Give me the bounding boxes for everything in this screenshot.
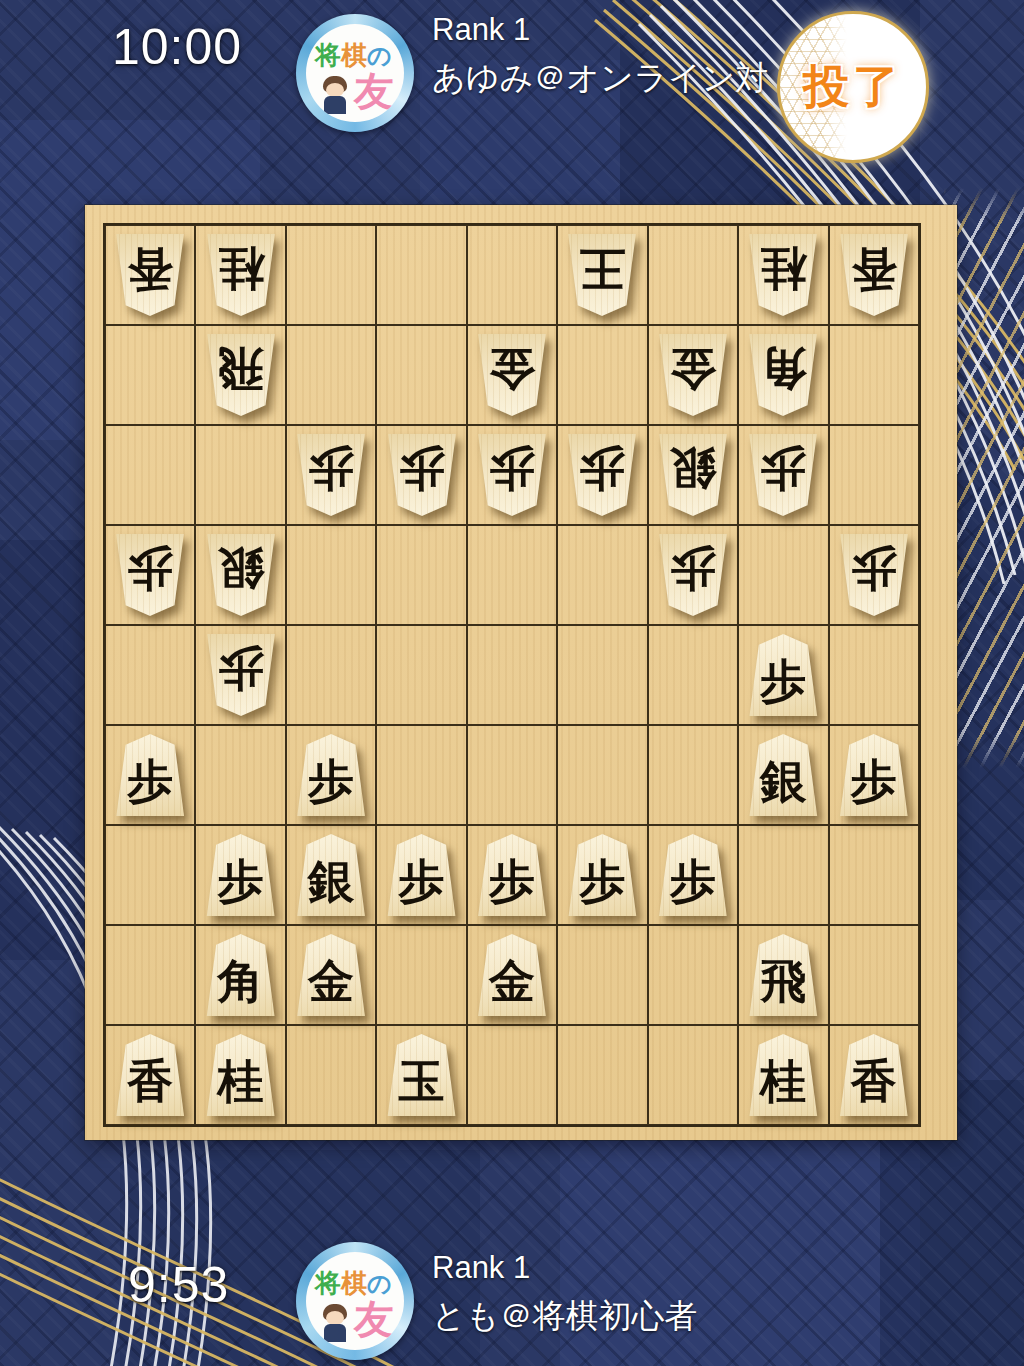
piece-kanji: 歩 [399,446,445,504]
board-cell[interactable]: 香 [105,1025,195,1125]
board-cell[interactable] [738,825,828,925]
board-cell[interactable]: 銀 [195,525,285,625]
board-grid: 香桂王桂香飛金金角歩歩歩歩銀歩歩銀歩歩歩歩歩歩銀歩歩銀歩歩歩歩角金金飛香桂玉桂香 [103,223,921,1127]
shogi-piece-gote[interactable]: 香 [114,234,186,316]
piece-kanji: 金 [308,946,354,1004]
piece-kanji: 歩 [579,846,625,904]
shogi-piece-sente[interactable]: 歩 [747,634,819,716]
piece-face: 歩 [476,834,548,916]
board-cell[interactable] [829,825,919,925]
bottom-player-name: とも＠将棋初心者 [432,1294,992,1339]
shogi-piece-gote[interactable]: 歩 [386,434,458,516]
piece-kanji: 金 [670,346,716,404]
board-cell[interactable]: 歩 [829,725,919,825]
shogi-piece-gote[interactable]: 桂 [205,234,277,316]
board-cell[interactable] [557,925,647,1025]
piece-face: 歩 [205,634,277,716]
board-cell[interactable] [829,425,919,525]
shogi-piece-sente[interactable]: 香 [838,1034,910,1116]
piece-face: 金 [657,334,729,416]
shogi-piece-sente[interactable]: 歩 [114,734,186,816]
piece-kanji: 歩 [127,546,173,604]
piece-kanji: 王 [579,246,625,304]
shogi-piece-sente[interactable]: 歩 [838,734,910,816]
piece-face: 銀 [295,834,367,916]
piece-face: 飛 [747,934,819,1016]
board-cell[interactable]: 歩 [376,425,466,525]
board-cell[interactable] [648,225,738,325]
board-cell[interactable]: 香 [829,225,919,325]
board-cell[interactable] [376,725,466,825]
shogi-piece-gote[interactable]: 歩 [747,434,819,516]
piece-kanji: 歩 [489,846,535,904]
board-cell[interactable] [829,325,919,425]
shogi-piece-sente[interactable]: 桂 [747,1034,819,1116]
top-player-name: あゆみ＠オンライン対 [432,56,782,101]
piece-kanji: 桂 [760,246,806,304]
board-cell[interactable] [467,225,557,325]
piece-face: 歩 [747,634,819,716]
shogi-piece-gote[interactable]: 歩 [838,534,910,616]
shogi-piece-sente[interactable]: 歩 [476,834,548,916]
board-cell[interactable]: 桂 [195,225,285,325]
piece-face: 銀 [205,534,277,616]
shogi-piece-sente[interactable]: 歩 [386,834,458,916]
board-cell[interactable] [557,725,647,825]
board-cell[interactable] [557,525,647,625]
shogi-piece-sente[interactable]: 金 [295,934,367,1016]
board-cell[interactable]: 飛 [738,925,828,1025]
shogi-piece-sente[interactable]: 歩 [205,834,277,916]
board-cell[interactable] [376,325,466,425]
board-cell[interactable]: 歩 [467,425,557,525]
board-cell[interactable]: 香 [105,225,195,325]
shogi-piece-gote[interactable]: 歩 [657,534,729,616]
board-cell[interactable]: 銀 [648,425,738,525]
piece-face: 香 [114,1034,186,1116]
piece-kanji: 歩 [308,746,354,804]
board-cell[interactable] [557,625,647,725]
piece-kanji: 歩 [851,746,897,804]
piece-face: 香 [838,234,910,316]
piece-kanji: 歩 [399,846,445,904]
board-cell[interactable]: 歩 [829,525,919,625]
shogi-piece-gote[interactable]: 歩 [205,634,277,716]
board-cell[interactable]: 桂 [738,225,828,325]
board-cell[interactable]: 歩 [286,725,376,825]
piece-kanji: 歩 [308,446,354,504]
piece-kanji: 歩 [218,846,264,904]
board-cell[interactable] [286,525,376,625]
piece-kanji: 歩 [760,446,806,504]
board-cell[interactable]: 歩 [286,425,376,525]
board-cell[interactable] [376,225,466,325]
shogi-piece-gote[interactable]: 金 [657,334,729,416]
bottom-player-rank: Rank 1 [432,1250,992,1286]
shogi-piece-sente[interactable]: 飛 [747,934,819,1016]
piece-kanji: 香 [851,246,897,304]
board-cell[interactable] [376,625,466,725]
board-cell[interactable]: 金 [467,325,557,425]
piece-face: 王 [566,234,638,316]
board-cell[interactable] [286,1025,376,1125]
board-cell[interactable]: 歩 [376,825,466,925]
piece-kanji: 角 [760,346,806,404]
board-cell[interactable] [376,925,466,1025]
shogi-piece-gote[interactable]: 桂 [747,234,819,316]
piece-face: 歩 [657,834,729,916]
resign-button[interactable]: 投了 [777,11,929,163]
piece-kanji: 桂 [760,1046,806,1104]
piece-kanji: 銀 [308,846,354,904]
piece-face: 角 [747,334,819,416]
piece-face: 歩 [476,434,548,516]
board-cell[interactable]: 玉 [376,1025,466,1125]
shogi-piece-sente[interactable]: 金 [476,934,548,1016]
top-player-clock: 10:00 [112,18,242,76]
shogi-board: 香桂王桂香飛金金角歩歩歩歩銀歩歩銀歩歩歩歩歩歩銀歩歩銀歩歩歩歩角金金飛香桂玉桂香 [85,205,957,1140]
piece-face: 歩 [566,434,638,516]
piece-kanji: 金 [489,946,535,1004]
board-cell[interactable] [376,525,466,625]
resign-button-label: 投了 [803,56,903,118]
shogi-piece-gote[interactable]: 歩 [566,434,638,516]
board-cell[interactable]: 金 [648,325,738,425]
board-cell[interactable]: 歩 [648,525,738,625]
piece-kanji: 歩 [670,846,716,904]
piece-kanji: 歩 [760,646,806,704]
board-cell[interactable]: 銀 [738,725,828,825]
shogi-piece-gote[interactable]: 香 [838,234,910,316]
piece-face: 金 [476,334,548,416]
board-cell[interactable]: 歩 [557,425,647,525]
piece-kanji: 玉 [399,1046,445,1104]
board-cell[interactable]: 桂 [195,1025,285,1125]
board-cell[interactable]: 歩 [738,625,828,725]
shogi-piece-sente[interactable]: 角 [205,934,277,1016]
piece-kanji: 歩 [670,546,716,604]
avatar-character [320,1304,350,1344]
piece-face: 金 [476,934,548,1016]
board-cell[interactable] [286,625,376,725]
piece-face: 歩 [838,534,910,616]
board-cell[interactable] [105,925,195,1025]
shogi-piece-gote[interactable]: 銀 [205,534,277,616]
piece-kanji: 桂 [218,1046,264,1104]
piece-kanji: 桂 [218,246,264,304]
board-cell[interactable]: 歩 [105,525,195,625]
board-cell[interactable] [467,1025,557,1125]
piece-kanji: 金 [489,346,535,404]
piece-kanji: 銀 [218,546,264,604]
shogi-piece-gote[interactable]: 角 [747,334,819,416]
piece-face: 桂 [205,234,277,316]
piece-face: 角 [205,934,277,1016]
piece-face: 銀 [657,434,729,516]
bottom-player-avatar: 将棋の 友 [296,1242,414,1360]
piece-face: 桂 [747,234,819,316]
board-cell[interactable] [286,225,376,325]
top-player-rank: Rank 1 [432,12,782,48]
piece-face: 歩 [838,734,910,816]
piece-face: 歩 [205,834,277,916]
piece-kanji: 飛 [760,946,806,1004]
piece-kanji: 歩 [218,646,264,704]
app-logo: 将棋の 友 [306,1252,404,1350]
board-cell[interactable] [105,325,195,425]
shogi-piece-gote[interactable]: 歩 [114,534,186,616]
piece-kanji: 銀 [670,446,716,504]
piece-kanji: 香 [851,1046,897,1104]
piece-face: 歩 [114,734,186,816]
piece-face: 歩 [295,434,367,516]
board-cell[interactable] [648,625,738,725]
piece-face: 歩 [386,834,458,916]
piece-face: 歩 [747,434,819,516]
board-cell[interactable]: 王 [557,225,647,325]
board-cell[interactable] [467,625,557,725]
shogi-piece-gote[interactable]: 飛 [205,334,277,416]
board-cell[interactable] [557,325,647,425]
board-cell[interactable]: 歩 [648,825,738,925]
piece-face: 歩 [386,434,458,516]
bottom-player-clock: 9:53 [128,1256,229,1314]
avatar-character [320,76,350,116]
board-cell[interactable]: 桂 [738,1025,828,1125]
piece-kanji: 香 [127,1046,173,1104]
piece-kanji: 歩 [579,446,625,504]
piece-face: 歩 [295,734,367,816]
piece-kanji: 歩 [127,746,173,804]
shogi-piece-gote[interactable]: 歩 [476,434,548,516]
piece-face: 飛 [205,334,277,416]
board-cell[interactable] [195,725,285,825]
piece-face: 金 [295,934,367,1016]
shogi-piece-sente[interactable]: 歩 [295,734,367,816]
piece-kanji: 香 [127,246,173,304]
board-cell[interactable]: 角 [195,925,285,1025]
board-cell[interactable]: 歩 [195,825,285,925]
shogi-piece-sente[interactable]: 銀 [295,834,367,916]
shogi-piece-sente[interactable]: 香 [114,1034,186,1116]
board-cell[interactable] [195,425,285,525]
board-cell[interactable]: 香 [829,1025,919,1125]
piece-face: 歩 [114,534,186,616]
board-cell[interactable] [467,725,557,825]
board-cell[interactable] [829,925,919,1025]
piece-face: 香 [114,234,186,316]
board-cell[interactable]: 歩 [557,825,647,925]
board-cell[interactable] [738,525,828,625]
shogi-piece-gote[interactable]: 金 [476,334,548,416]
board-cell[interactable] [648,725,738,825]
board-cell[interactable] [105,425,195,525]
board-cell[interactable] [829,625,919,725]
piece-kanji: 歩 [489,446,535,504]
shogi-piece-gote[interactable]: 銀 [657,434,729,516]
shogi-piece-sente[interactable]: 桂 [205,1034,277,1116]
board-cell[interactable] [105,625,195,725]
board-cell[interactable]: 金 [286,925,376,1025]
piece-kanji: 歩 [851,546,897,604]
board-cell[interactable]: 歩 [738,425,828,525]
shogi-piece-sente[interactable]: 歩 [657,834,729,916]
board-cell[interactable]: 歩 [105,725,195,825]
board-cell[interactable]: 歩 [467,825,557,925]
board-cell[interactable]: 銀 [286,825,376,925]
board-cell[interactable] [648,1025,738,1125]
board-cell[interactable] [105,825,195,925]
board-cell[interactable] [467,525,557,625]
piece-kanji: 角 [218,946,264,1004]
piece-face: 歩 [566,834,638,916]
board-cell[interactable]: 飛 [195,325,285,425]
piece-face: 玉 [386,1034,458,1116]
piece-face: 桂 [205,1034,277,1116]
board-cell[interactable]: 歩 [195,625,285,725]
piece-face: 歩 [657,534,729,616]
piece-face: 銀 [747,734,819,816]
board-cell[interactable] [557,1025,647,1125]
shogi-app: { "game": "shogi", "app": { "resign_labe… [0,0,1024,1366]
shogi-piece-sente[interactable]: 銀 [747,734,819,816]
piece-face: 桂 [747,1034,819,1116]
shogi-piece-sente[interactable]: 玉 [386,1034,458,1116]
shogi-piece-gote[interactable]: 歩 [295,434,367,516]
shogi-piece-sente[interactable]: 歩 [566,834,638,916]
top-player-avatar: 将棋の 友 [296,14,414,132]
app-logo: 将棋の 友 [306,24,404,122]
piece-face: 香 [838,1034,910,1116]
shogi-piece-gote[interactable]: 王 [566,234,638,316]
board-cell[interactable] [648,925,738,1025]
board-cell[interactable] [286,325,376,425]
board-cell[interactable]: 金 [467,925,557,1025]
piece-kanji: 飛 [218,346,264,404]
board-cell[interactable]: 角 [738,325,828,425]
piece-kanji: 銀 [760,746,806,804]
